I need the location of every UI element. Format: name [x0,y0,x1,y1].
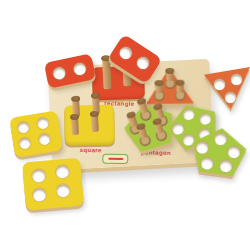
hole [38,133,51,146]
hole [231,74,242,85]
hole [37,117,50,130]
hole [171,122,185,136]
hole [73,62,87,76]
hole [225,92,236,103]
hole [227,145,241,159]
square-piece-loose [22,158,84,211]
hole [17,121,30,134]
peg [155,82,162,93]
product-photo: rectangle square triangle pentagon [0,0,250,250]
hole [32,169,46,183]
hole [198,112,212,126]
hole [55,165,69,179]
peg [71,116,79,135]
hole [200,157,214,171]
hole [214,132,228,146]
hole [19,137,32,150]
peg [166,70,173,81]
brand-logo [102,154,128,164]
hole [182,107,196,121]
hole [52,66,66,80]
pentagon-shape [189,124,249,177]
hole [214,79,225,90]
hole [32,188,46,202]
pentagon-piece-loose [189,124,249,177]
peg [176,82,183,93]
hole [219,159,233,173]
hole [56,184,70,198]
hole [117,45,134,62]
brand-logo-mark [108,158,123,161]
hole [135,55,152,72]
peg [91,113,99,132]
peg [102,57,112,89]
square-piece-loose [9,110,63,157]
hole [196,141,210,155]
